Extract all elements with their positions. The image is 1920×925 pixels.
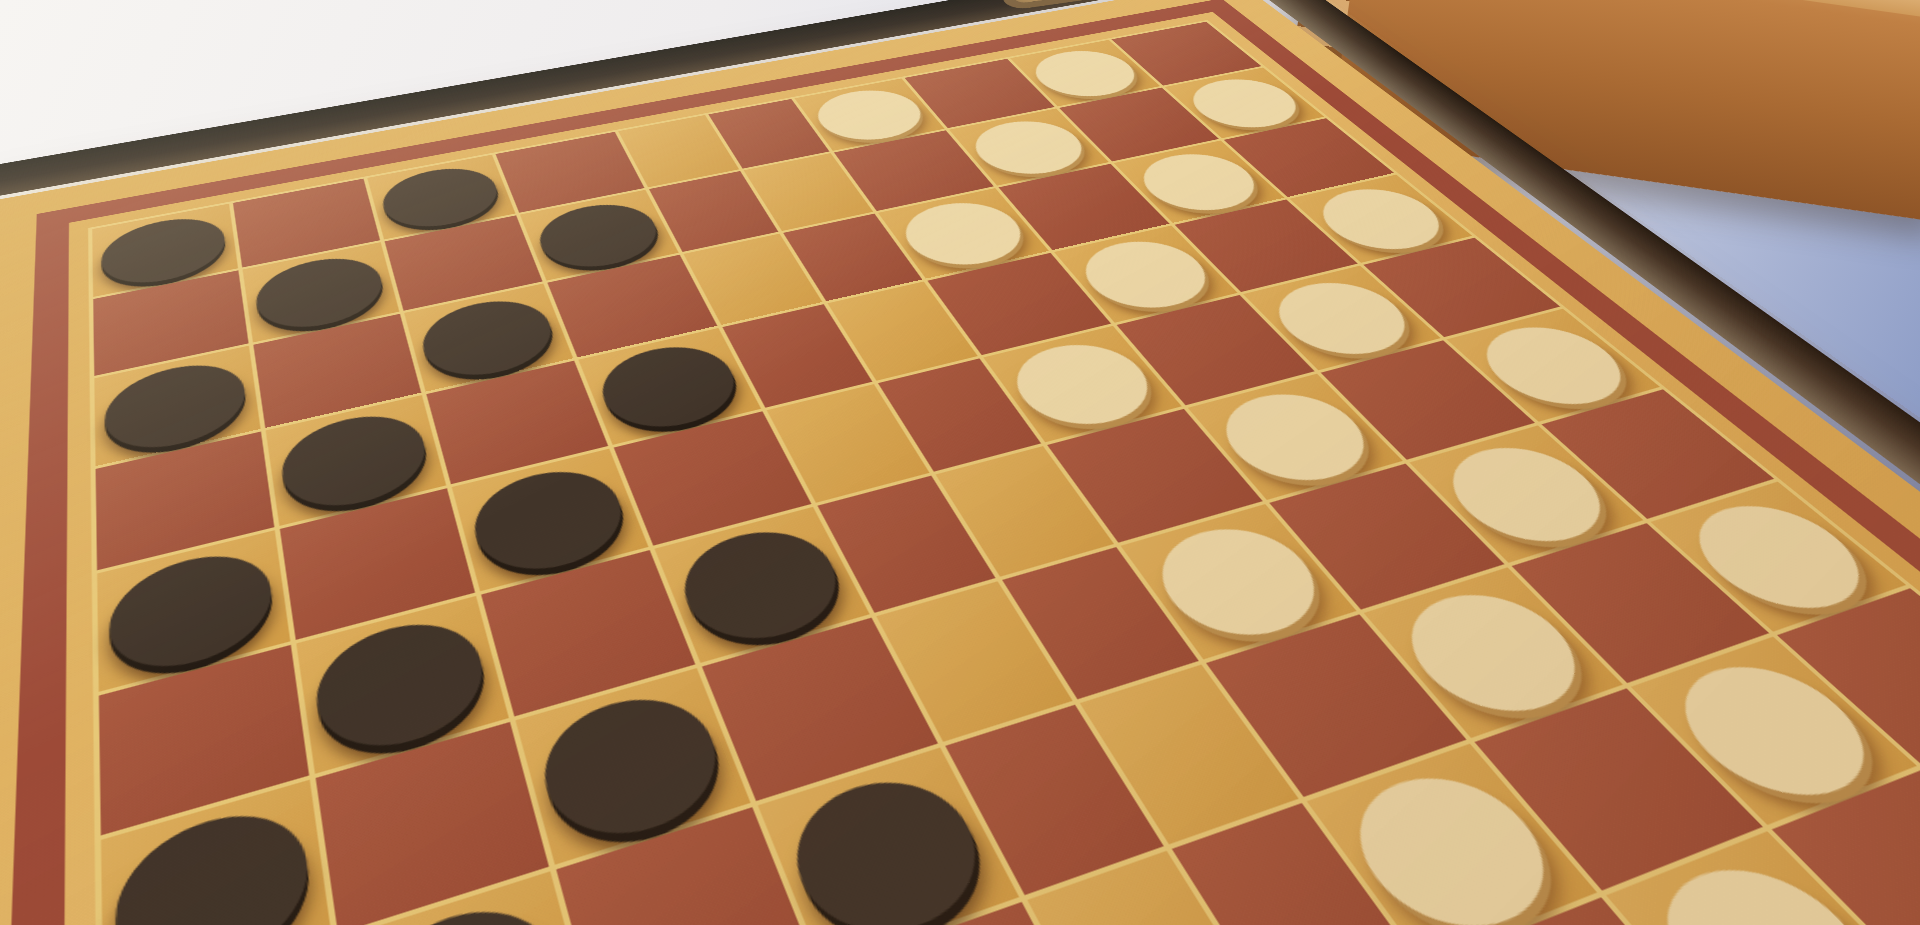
photo-scene: ●●●●●●●●●●●●●●●●●●●●●●●●●●●●●●●●●●●●●●●● [0, 0, 1920, 925]
board-square-r7c1: ● [101, 780, 332, 925]
wooden-box-lid [1311, 0, 1920, 23]
